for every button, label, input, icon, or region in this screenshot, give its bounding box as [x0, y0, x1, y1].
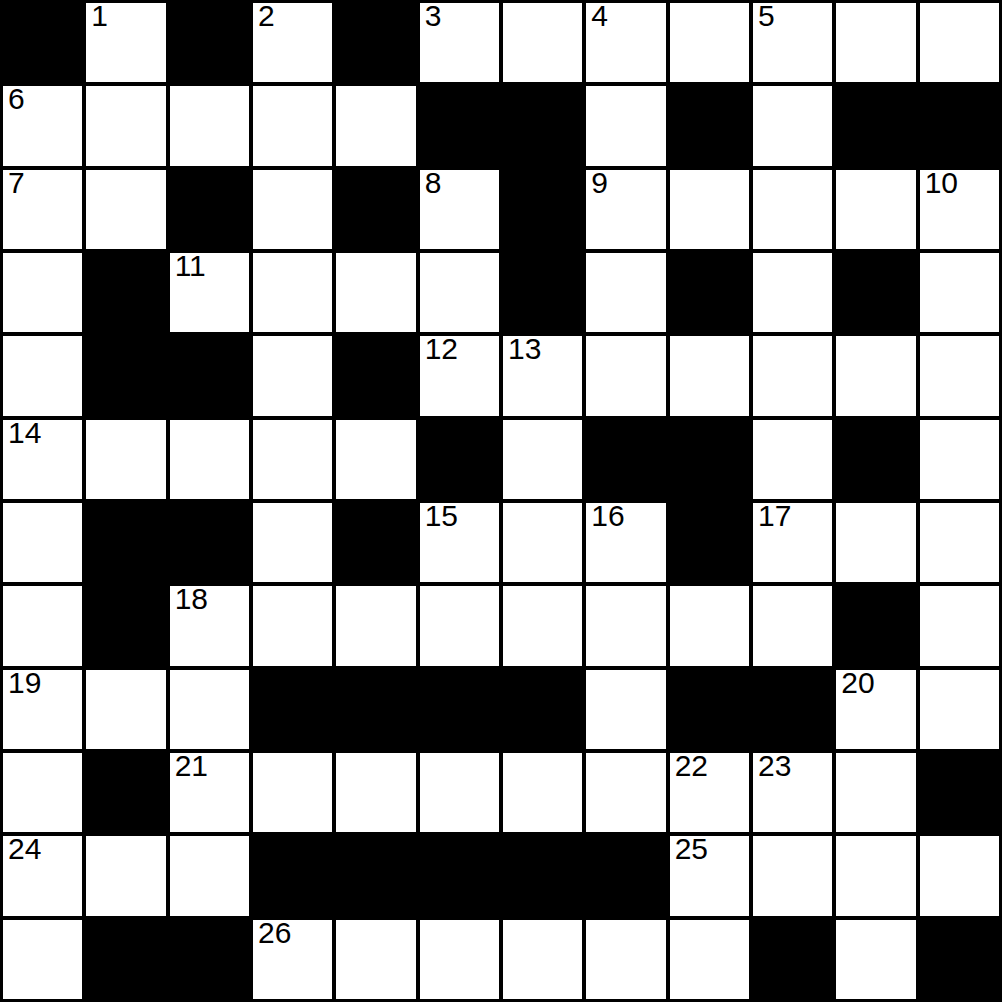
cell-r11c3[interactable]: 26 [253, 920, 332, 999]
cell-r4c3[interactable] [253, 336, 332, 415]
clue-number-19: 19 [8, 668, 41, 698]
cell-r6c0[interactable] [3, 503, 82, 582]
cell-r11c0[interactable] [3, 920, 82, 999]
cell-r3c3[interactable] [253, 253, 332, 332]
cell-r2c3[interactable] [253, 170, 332, 249]
cell-r10c11[interactable] [920, 836, 999, 915]
cell-r2c8[interactable] [670, 170, 749, 249]
block-r5c5 [420, 420, 499, 499]
cell-r0c6[interactable] [503, 3, 582, 82]
cell-r5c11[interactable] [920, 420, 999, 499]
cell-r7c0[interactable] [3, 586, 82, 665]
cell-r0c10[interactable] [836, 3, 915, 82]
cell-r10c9[interactable] [753, 836, 832, 915]
block-r8c5 [420, 670, 499, 749]
cell-r0c7[interactable]: 4 [586, 3, 665, 82]
clue-number-13: 13 [508, 334, 541, 364]
cell-r2c1[interactable] [86, 170, 165, 249]
cell-r9c10[interactable] [836, 753, 915, 832]
cell-r9c9[interactable]: 23 [753, 753, 832, 832]
block-r11c9 [753, 920, 832, 999]
cell-r9c2[interactable]: 21 [170, 753, 249, 832]
block-r10c3 [253, 836, 332, 915]
cell-r0c11[interactable] [920, 3, 999, 82]
block-r6c1 [86, 503, 165, 582]
crossword-grid: 1234567891011121314151617181920212223242… [0, 0, 1002, 1002]
cell-r1c3[interactable] [253, 86, 332, 165]
block-r3c1 [86, 253, 165, 332]
cell-r8c2[interactable] [170, 670, 249, 749]
clue-number-25: 25 [675, 834, 708, 864]
cell-r5c2[interactable] [170, 420, 249, 499]
block-r6c4 [336, 503, 415, 582]
cell-r6c3[interactable] [253, 503, 332, 582]
cell-r8c0[interactable]: 19 [3, 670, 82, 749]
cell-r5c4[interactable] [336, 420, 415, 499]
clue-number-12: 12 [425, 334, 458, 364]
cell-r11c10[interactable] [836, 920, 915, 999]
block-r3c10 [836, 253, 915, 332]
clue-number-23: 23 [758, 751, 791, 781]
clue-number-3: 3 [425, 1, 442, 31]
cell-r0c8[interactable] [670, 3, 749, 82]
cell-r4c7[interactable] [586, 336, 665, 415]
cell-r10c0[interactable]: 24 [3, 836, 82, 915]
block-r3c8 [670, 253, 749, 332]
block-r3c6 [503, 253, 582, 332]
clue-number-14: 14 [8, 418, 41, 448]
block-r8c4 [336, 670, 415, 749]
clue-number-6: 6 [8, 84, 25, 114]
cell-r1c1[interactable] [86, 86, 165, 165]
block-r1c10 [836, 86, 915, 165]
cell-r9c0[interactable] [3, 753, 82, 832]
block-r11c1 [86, 920, 165, 999]
cell-r11c4[interactable] [336, 920, 415, 999]
clue-number-21: 21 [175, 751, 208, 781]
block-r6c8 [670, 503, 749, 582]
cell-r9c4[interactable] [336, 753, 415, 832]
block-r1c8 [670, 86, 749, 165]
cell-r2c7[interactable]: 9 [586, 170, 665, 249]
block-r10c7 [586, 836, 665, 915]
cell-r5c6[interactable] [503, 420, 582, 499]
block-r9c11 [920, 753, 999, 832]
block-r2c2 [170, 170, 249, 249]
cell-r4c11[interactable] [920, 336, 999, 415]
cell-r7c5[interactable] [420, 586, 499, 665]
clue-number-24: 24 [8, 834, 41, 864]
block-r1c11 [920, 86, 999, 165]
cell-r6c11[interactable] [920, 503, 999, 582]
clue-number-16: 16 [591, 501, 624, 531]
cell-r3c9[interactable] [753, 253, 832, 332]
cell-r5c9[interactable] [753, 420, 832, 499]
clue-number-17: 17 [758, 501, 791, 531]
cell-r2c11[interactable]: 10 [920, 170, 999, 249]
cell-r9c7[interactable] [586, 753, 665, 832]
clue-number-22: 22 [675, 751, 708, 781]
clue-number-7: 7 [8, 168, 25, 198]
block-r4c4 [336, 336, 415, 415]
clue-number-8: 8 [425, 168, 442, 198]
cell-r3c11[interactable] [920, 253, 999, 332]
block-r7c10 [836, 586, 915, 665]
cell-r0c9[interactable]: 5 [753, 3, 832, 82]
cell-r4c10[interactable] [836, 336, 915, 415]
clue-number-18: 18 [175, 584, 208, 614]
block-r5c10 [836, 420, 915, 499]
clue-number-15: 15 [425, 501, 458, 531]
block-r10c4 [336, 836, 415, 915]
block-r0c2 [170, 3, 249, 82]
cell-r11c6[interactable] [503, 920, 582, 999]
block-r2c4 [336, 170, 415, 249]
cell-r0c3[interactable]: 2 [253, 3, 332, 82]
cell-r9c3[interactable] [253, 753, 332, 832]
cell-r1c4[interactable] [336, 86, 415, 165]
block-r1c5 [420, 86, 499, 165]
cell-r6c5[interactable]: 15 [420, 503, 499, 582]
cell-r5c3[interactable] [253, 420, 332, 499]
cell-r7c7[interactable] [586, 586, 665, 665]
cell-r7c9[interactable] [753, 586, 832, 665]
cell-r10c2[interactable] [170, 836, 249, 915]
block-r8c8 [670, 670, 749, 749]
block-r2c6 [503, 170, 582, 249]
cell-r2c5[interactable]: 8 [420, 170, 499, 249]
cell-r2c9[interactable] [753, 170, 832, 249]
cell-r7c6[interactable] [503, 586, 582, 665]
cell-r9c6[interactable] [503, 753, 582, 832]
block-r5c7 [586, 420, 665, 499]
clue-number-11: 11 [175, 251, 206, 281]
clue-number-1: 1 [91, 1, 108, 31]
cell-r9c8[interactable]: 22 [670, 753, 749, 832]
clue-number-4: 4 [591, 1, 608, 31]
cell-r9c5[interactable] [420, 753, 499, 832]
cell-r11c5[interactable] [420, 920, 499, 999]
cell-r1c9[interactable] [753, 86, 832, 165]
cell-r0c1[interactable]: 1 [86, 3, 165, 82]
cell-r3c0[interactable] [3, 253, 82, 332]
cell-r4c6[interactable]: 13 [503, 336, 582, 415]
cell-r8c11[interactable] [920, 670, 999, 749]
block-r0c4 [336, 3, 415, 82]
cell-r6c10[interactable] [836, 503, 915, 582]
cell-r7c4[interactable] [336, 586, 415, 665]
block-r1c6 [503, 86, 582, 165]
cell-r5c1[interactable] [86, 420, 165, 499]
clue-number-26: 26 [258, 918, 291, 948]
block-r7c1 [86, 586, 165, 665]
cell-r5c0[interactable]: 14 [3, 420, 82, 499]
cell-r7c2[interactable]: 18 [170, 586, 249, 665]
clue-number-5: 5 [758, 1, 775, 31]
cell-r6c6[interactable] [503, 503, 582, 582]
cell-r1c2[interactable] [170, 86, 249, 165]
block-r8c6 [503, 670, 582, 749]
cell-r7c3[interactable] [253, 586, 332, 665]
block-r8c3 [253, 670, 332, 749]
clue-number-2: 2 [258, 1, 275, 31]
clue-number-10: 10 [925, 168, 958, 198]
cell-r7c11[interactable] [920, 586, 999, 665]
cell-r10c10[interactable] [836, 836, 915, 915]
cell-r8c1[interactable] [86, 670, 165, 749]
cell-r6c7[interactable]: 16 [586, 503, 665, 582]
block-r10c6 [503, 836, 582, 915]
block-r6c2 [170, 503, 249, 582]
cell-r7c8[interactable] [670, 586, 749, 665]
cell-r0c5[interactable]: 3 [420, 3, 499, 82]
block-r4c2 [170, 336, 249, 415]
cell-r10c8[interactable]: 25 [670, 836, 749, 915]
block-r9c1 [86, 753, 165, 832]
cell-r2c0[interactable]: 7 [3, 170, 82, 249]
block-r4c1 [86, 336, 165, 415]
cell-r6c9[interactable]: 17 [753, 503, 832, 582]
cell-r4c0[interactable] [3, 336, 82, 415]
block-r5c8 [670, 420, 749, 499]
cell-r11c7[interactable] [586, 920, 665, 999]
cell-r8c10[interactable]: 20 [836, 670, 915, 749]
cell-r2c10[interactable] [836, 170, 915, 249]
cell-r8c7[interactable] [586, 670, 665, 749]
cell-r11c8[interactable] [670, 920, 749, 999]
cell-r4c9[interactable] [753, 336, 832, 415]
block-r11c11 [920, 920, 999, 999]
cell-r4c5[interactable]: 12 [420, 336, 499, 415]
clue-number-9: 9 [591, 168, 608, 198]
block-r0c0 [3, 3, 82, 82]
cell-r1c7[interactable] [586, 86, 665, 165]
block-r11c2 [170, 920, 249, 999]
cell-r3c4[interactable] [336, 253, 415, 332]
block-r8c9 [753, 670, 832, 749]
cell-r3c2[interactable]: 11 [170, 253, 249, 332]
cell-r3c7[interactable] [586, 253, 665, 332]
cell-r4c8[interactable] [670, 336, 749, 415]
cell-r1c0[interactable]: 6 [3, 86, 82, 165]
cell-r10c1[interactable] [86, 836, 165, 915]
block-r10c5 [420, 836, 499, 915]
clue-number-20: 20 [841, 668, 874, 698]
cell-r3c5[interactable] [420, 253, 499, 332]
